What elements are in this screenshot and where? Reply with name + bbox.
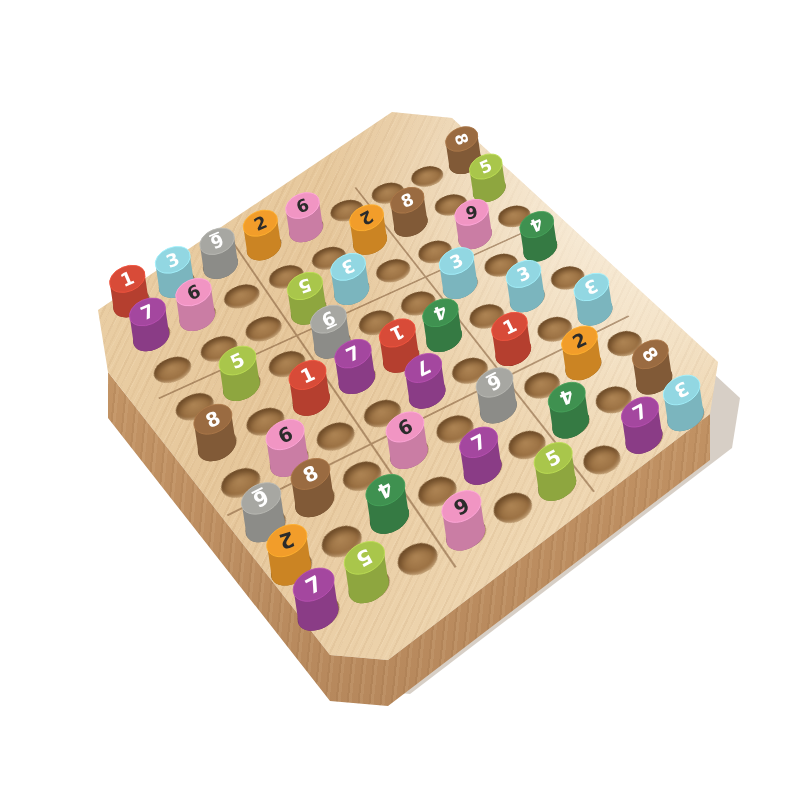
peg-r1c3-digit-6[interactable]: 6 bbox=[196, 223, 242, 284]
peg-r4c7-digit-3[interactable]: 3 bbox=[435, 242, 482, 304]
peg-r5c8-digit-3[interactable]: 3 bbox=[502, 255, 549, 318]
peg-r6c7-digit-1[interactable]: 1 bbox=[487, 307, 536, 372]
peg-r8c5-digit-7[interactable]: 7 bbox=[454, 421, 506, 491]
peg-r4c2-digit-5[interactable]: 5 bbox=[214, 341, 264, 407]
peg-r2c6-digit-2[interactable]: 2 bbox=[346, 200, 392, 260]
peg-r6c9-digit-3[interactable]: 3 bbox=[569, 268, 617, 331]
peg-r1c4-digit-2[interactable]: 2 bbox=[239, 205, 285, 265]
peg-r3c5-digit-3[interactable]: 3 bbox=[326, 248, 373, 310]
pegs-layer: 8589922463333153974611278571634789975846… bbox=[0, 0, 800, 800]
peg-r3c8-digit-9[interactable]: 9 bbox=[451, 194, 496, 254]
product-photo-sudoku-board: { "game": "sudoku", "board_description":… bbox=[0, 0, 800, 800]
peg-r5c6-digit-4[interactable]: 4 bbox=[418, 293, 466, 357]
peg-r5c1-digit-8[interactable]: 8 bbox=[189, 398, 241, 467]
peg-r9c2-digit-5[interactable]: 5 bbox=[339, 535, 395, 610]
peg-r5c3-digit-1[interactable]: 1 bbox=[284, 355, 334, 422]
peg-r9c4-digit-9[interactable]: 9 bbox=[436, 484, 490, 557]
peg-r8c3-digit-4[interactable]: 4 bbox=[361, 468, 415, 540]
peg-r7c4-digit-9[interactable]: 9 bbox=[381, 406, 433, 475]
peg-r4c9-digit-4[interactable]: 4 bbox=[516, 206, 562, 267]
peg-r1c5-digit-9[interactable]: 9 bbox=[282, 188, 327, 247]
peg-r2c7-digit-8[interactable]: 8 bbox=[386, 182, 431, 241]
peg-r7c6-digit-6[interactable]: 6 bbox=[471, 362, 522, 429]
peg-r9c6-digit-5[interactable]: 5 bbox=[529, 436, 582, 507]
peg-r7c8-digit-2[interactable]: 2 bbox=[557, 320, 606, 386]
peg-r9c8-digit-7[interactable]: 7 bbox=[616, 391, 667, 460]
peg-r8c7-digit-4[interactable]: 4 bbox=[543, 376, 594, 444]
